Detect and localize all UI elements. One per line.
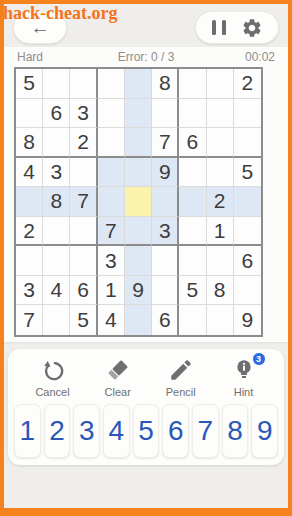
sudoku-cell-r5c9[interactable] (234, 187, 261, 217)
sudoku-cell-r4c4[interactable] (98, 158, 125, 188)
difficulty-label: Hard (17, 50, 43, 64)
sudoku-cell-r4c3[interactable] (70, 158, 97, 188)
error-counter: Error: 0 / 3 (118, 50, 175, 64)
sudoku-cell-r3c8[interactable] (207, 128, 234, 158)
clear-button[interactable]: Clear (105, 357, 131, 398)
sudoku-cell-r6c9[interactable] (234, 217, 261, 247)
sudoku-cell-r3c2[interactable] (43, 128, 70, 158)
sudoku-cell-r6c7[interactable] (179, 217, 206, 247)
sudoku-cell-r5c3[interactable]: 7 (70, 187, 97, 217)
sudoku-cell-r8c1[interactable]: 3 (16, 276, 43, 306)
sudoku-cell-r6c1[interactable]: 2 (16, 217, 43, 247)
sudoku-cell-r9c7[interactable] (179, 305, 206, 335)
cancel-label: Cancel (35, 386, 69, 398)
sudoku-cell-r9c3[interactable]: 5 (70, 305, 97, 335)
status-bar: Hard Error: 0 / 3 00:02 (4, 49, 288, 65)
eraser-icon (105, 357, 131, 383)
numpad-1[interactable]: 1 (14, 404, 41, 458)
sudoku-cell-r5c4[interactable] (98, 187, 125, 217)
sudoku-cell-r5c5[interactable] (125, 187, 152, 217)
numpad-3[interactable]: 3 (73, 404, 100, 458)
sudoku-cell-r4c8[interactable] (207, 158, 234, 188)
sudoku-cell-r6c2[interactable] (43, 217, 70, 247)
sudoku-cell-r2c6[interactable] (152, 99, 179, 129)
sudoku-cell-r2c2[interactable]: 6 (43, 99, 70, 129)
sudoku-cell-r7c3[interactable] (70, 246, 97, 276)
sudoku-cell-r1c1[interactable]: 5 (16, 69, 43, 99)
sudoku-cell-r7c8[interactable] (207, 246, 234, 276)
sudoku-cell-r2c4[interactable] (98, 99, 125, 129)
sudoku-cell-r7c2[interactable] (43, 246, 70, 276)
hint-badge: 3 (252, 352, 266, 366)
sudoku-cell-r3c6[interactable]: 7 (152, 128, 179, 158)
sudoku-cell-r8c2[interactable]: 4 (43, 276, 70, 306)
sudoku-cell-r7c1[interactable] (16, 246, 43, 276)
sudoku-cell-r7c7[interactable] (179, 246, 206, 276)
undo-icon (40, 357, 66, 383)
pause-button[interactable] (212, 20, 226, 35)
sudoku-cell-r2c3[interactable]: 3 (70, 99, 97, 129)
pencil-label: Pencil (166, 386, 196, 398)
numpad: 123456789 (14, 404, 278, 458)
numpad-9[interactable]: 9 (251, 404, 278, 458)
sudoku-cell-r7c4[interactable]: 3 (98, 246, 125, 276)
controls-card: Cancel Clear Pencil (8, 349, 284, 465)
sudoku-cell-r9c1[interactable]: 7 (16, 305, 43, 335)
sudoku-cell-r5c8[interactable]: 2 (207, 187, 234, 217)
sudoku-cell-r1c2[interactable] (43, 69, 70, 99)
sudoku-cell-r5c1[interactable] (16, 187, 43, 217)
clear-label: Clear (105, 386, 131, 398)
sudoku-cell-r5c6[interactable] (152, 187, 179, 217)
numpad-2[interactable]: 2 (44, 404, 71, 458)
sudoku-cell-r1c8[interactable] (207, 69, 234, 99)
sudoku-cell-r8c3[interactable]: 6 (70, 276, 97, 306)
hint-button[interactable]: 3 Hint (231, 357, 257, 398)
numpad-6[interactable]: 6 (162, 404, 189, 458)
sudoku-cell-r3c4[interactable] (98, 128, 125, 158)
sudoku-cell-r9c5[interactable] (125, 305, 152, 335)
sudoku-cell-r9c6[interactable]: 6 (152, 305, 179, 335)
sudoku-cell-r4c9[interactable]: 5 (234, 158, 261, 188)
numpad-7[interactable]: 7 (192, 404, 219, 458)
sudoku-cell-r3c9[interactable] (234, 128, 261, 158)
sudoku-cell-r1c5[interactable] (125, 69, 152, 99)
sudoku-cell-r8c7[interactable]: 5 (179, 276, 206, 306)
sudoku-cell-r9c8[interactable] (207, 305, 234, 335)
sudoku-cell-r9c4[interactable]: 4 (98, 305, 125, 335)
sudoku-cell-r8c6[interactable] (152, 276, 179, 306)
numpad-5[interactable]: 5 (133, 404, 160, 458)
sudoku-board: 5826382764395872273136346195875469 (14, 67, 263, 337)
sudoku-cell-r3c1[interactable]: 8 (16, 128, 43, 158)
sudoku-cell-r1c9[interactable]: 2 (234, 69, 261, 99)
sudoku-cell-r3c5[interactable] (125, 128, 152, 158)
sudoku-cell-r8c8[interactable]: 8 (207, 276, 234, 306)
sudoku-cell-r1c6[interactable]: 8 (152, 69, 179, 99)
sudoku-cell-r4c6[interactable]: 9 (152, 158, 179, 188)
pencil-button[interactable]: Pencil (166, 357, 196, 398)
sudoku-cell-r2c7[interactable] (179, 99, 206, 129)
sudoku-cell-r7c6[interactable] (152, 246, 179, 276)
gear-icon (241, 17, 263, 39)
cancel-button[interactable]: Cancel (35, 357, 69, 398)
sudoku-cell-r7c9[interactable]: 6 (234, 246, 261, 276)
sudoku-cell-r4c5[interactable] (125, 158, 152, 188)
sudoku-cell-r1c4[interactable] (98, 69, 125, 99)
sudoku-cell-r6c8[interactable]: 1 (207, 217, 234, 247)
sudoku-cell-r3c3[interactable]: 2 (70, 128, 97, 158)
sudoku-cell-r6c4[interactable]: 7 (98, 217, 125, 247)
sudoku-cell-r4c2[interactable]: 3 (43, 158, 70, 188)
sudoku-cell-r8c4[interactable]: 1 (98, 276, 125, 306)
app-screen: hack-cheat.org ← Hard Error: 0 / 3 00:02… (0, 0, 292, 516)
settings-button[interactable] (241, 17, 263, 39)
sudoku-cell-r2c1[interactable] (16, 99, 43, 129)
sudoku-cell-r1c7[interactable] (179, 69, 206, 99)
sudoku-cell-r6c3[interactable] (70, 217, 97, 247)
timer: 00:02 (245, 50, 275, 64)
sudoku-cell-r5c7[interactable] (179, 187, 206, 217)
sudoku-cell-r4c1[interactable]: 4 (16, 158, 43, 188)
sudoku-cell-r4c7[interactable] (179, 158, 206, 188)
watermark: hack-cheat.org (3, 3, 117, 24)
sudoku-cell-r1c3[interactable] (70, 69, 97, 99)
header-actions (195, 11, 279, 44)
sudoku-cell-r6c6[interactable]: 3 (152, 217, 179, 247)
sudoku-cell-r9c2[interactable] (43, 305, 70, 335)
sudoku-cell-r6c5[interactable] (125, 217, 152, 247)
sudoku-cell-r7c5[interactable] (125, 246, 152, 276)
sudoku-cell-r3c7[interactable]: 6 (179, 128, 206, 158)
numpad-8[interactable]: 8 (222, 404, 249, 458)
sudoku-cell-r2c8[interactable] (207, 99, 234, 129)
sudoku-cell-r5c2[interactable]: 8 (43, 187, 70, 217)
board-panel: Hard Error: 0 / 3 00:02 5826382764395872… (4, 47, 288, 342)
sudoku-cell-r2c9[interactable] (234, 99, 261, 129)
toolbar: Cancel Clear Pencil (14, 357, 278, 404)
sudoku-cell-r8c9[interactable] (234, 276, 261, 306)
sudoku-cell-r9c9[interactable]: 9 (234, 305, 261, 335)
numpad-4[interactable]: 4 (103, 404, 130, 458)
sudoku-cell-r2c5[interactable] (125, 99, 152, 129)
sudoku-cell-r8c5[interactable]: 9 (125, 276, 152, 306)
pencil-icon (168, 357, 194, 383)
hint-label: Hint (234, 386, 254, 398)
